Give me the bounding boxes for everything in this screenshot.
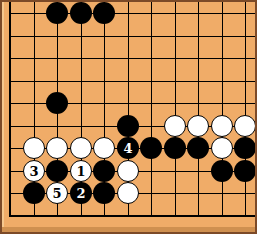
white-stone: [117, 182, 139, 204]
white-stone: [23, 137, 45, 159]
black-stone: [93, 2, 115, 24]
black-stone: [46, 92, 68, 114]
white-stone-numbered: 3: [23, 160, 45, 182]
grid-line-vertical: [151, 2, 152, 217]
white-stone-numbered: 1: [70, 160, 92, 182]
grid-line-vertical: [9, 2, 11, 217]
black-stone-numbered: 4: [117, 137, 139, 159]
white-stone: [46, 137, 68, 159]
grid-line-vertical: [198, 2, 199, 217]
grid-line-horizontal: [9, 81, 255, 82]
black-stone: [211, 160, 233, 182]
black-stone: [234, 137, 256, 159]
grid-line-vertical: [245, 2, 246, 217]
white-stone: [93, 137, 115, 159]
go-board-diagram: 43152: [0, 0, 257, 234]
grid-line-horizontal: [9, 215, 255, 217]
white-stone: [164, 115, 186, 137]
black-stone: [70, 2, 92, 24]
black-stone: [93, 182, 115, 204]
white-stone-numbered: 5: [46, 182, 68, 204]
white-stone: [70, 137, 92, 159]
board-left-highlight: [2, 2, 4, 232]
black-stone: [93, 160, 115, 182]
black-stone-numbered: 2: [70, 182, 92, 204]
white-stone: [211, 137, 233, 159]
white-stone: [187, 115, 209, 137]
black-stone: [140, 137, 162, 159]
black-stone: [187, 137, 209, 159]
grid-line-vertical: [175, 2, 176, 217]
black-stone: [117, 115, 139, 137]
grid-line-horizontal: [9, 58, 255, 59]
white-stone: [234, 115, 256, 137]
board-bottom-shade: [2, 227, 255, 232]
black-stone: [234, 160, 256, 182]
white-stone: [117, 160, 139, 182]
black-stone: [46, 2, 68, 24]
black-stone: [23, 182, 45, 204]
black-stone: [46, 160, 68, 182]
grid-line-horizontal: [9, 36, 255, 37]
grid-line-vertical: [222, 2, 223, 217]
black-stone: [164, 137, 186, 159]
white-stone: [211, 115, 233, 137]
